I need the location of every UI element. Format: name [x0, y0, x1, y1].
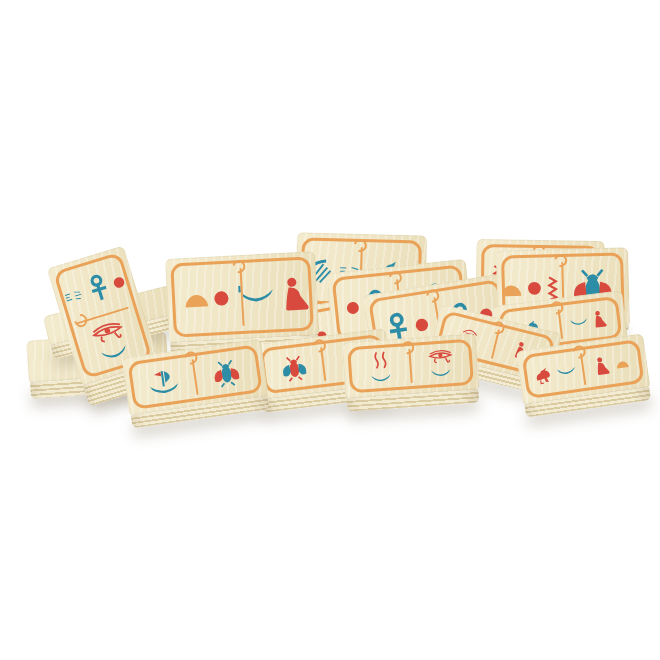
- bird-red-icon: [531, 363, 556, 386]
- tile-half: [173, 263, 242, 334]
- bread-icon: [614, 357, 631, 369]
- domino-chain-3[interactable]: [342, 333, 480, 411]
- tile-half: [193, 348, 259, 398]
- tile-face: [165, 251, 319, 343]
- ankh-icon: [83, 270, 115, 307]
- marks-icon: [173, 293, 179, 310]
- tile-face: [342, 333, 480, 398]
- eye-icon: [426, 346, 454, 366]
- boat-icon: [242, 283, 276, 311]
- figure-icon: [591, 354, 614, 378]
- figure-icon: [277, 273, 311, 316]
- sun-icon: [345, 300, 360, 315]
- tile-half: [559, 299, 619, 342]
- tile-half: [350, 346, 410, 390]
- boat-icon: [370, 371, 393, 387]
- sun-icon: [526, 281, 541, 296]
- scarab-red-icon: [277, 351, 310, 384]
- sun-icon: [111, 274, 126, 289]
- tile-half: [242, 260, 311, 331]
- marks-icon: [63, 287, 86, 304]
- tile-half: [582, 342, 641, 387]
- sun-icon: [213, 289, 230, 306]
- boat-icon: [568, 314, 589, 329]
- figure-icon: [589, 308, 610, 331]
- bread-icon: [181, 289, 211, 310]
- scarab-teal-icon: [209, 355, 244, 390]
- boat-icon: [430, 365, 453, 381]
- cartouche-border: [170, 256, 314, 337]
- tile-half: [410, 342, 470, 386]
- cartouche-border: [347, 339, 474, 394]
- boat-icon: [556, 363, 578, 379]
- domino-set-photo: [0, 0, 660, 660]
- bread-icon: [504, 280, 524, 298]
- reeds-icon: [370, 350, 390, 371]
- sailboat-icon: [145, 366, 183, 398]
- sun-icon: [414, 316, 431, 333]
